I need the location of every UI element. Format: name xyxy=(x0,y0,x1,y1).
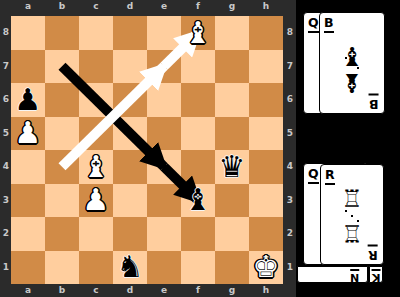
file-label-c: c xyxy=(79,1,113,11)
black-pawn-a6[interactable]: ♟ xyxy=(11,83,45,117)
card-dots xyxy=(344,57,360,69)
rank-label-8: 8 xyxy=(1,16,11,50)
file-label-g: g xyxy=(215,285,249,295)
board-panel: ♝♟♟♝♛♟♝♞♚ aabbccddeeffgghh88776655443322… xyxy=(0,0,296,297)
card-queen-top-label: Q xyxy=(308,17,319,33)
rank-label-1: 1 xyxy=(1,251,11,285)
rank-label-5: 5 xyxy=(285,117,295,151)
white-pawn-a5[interactable]: ♟ xyxy=(11,117,45,151)
rook-pip-top: ♖ xyxy=(321,187,383,211)
file-label-e: e xyxy=(147,1,181,11)
black-knight-d1[interactable]: ♞ xyxy=(113,251,147,285)
card-rook-label: R xyxy=(325,169,335,185)
rank-label-8: 8 xyxy=(285,16,295,50)
file-label-h: h xyxy=(249,285,283,295)
file-label-e: e xyxy=(147,285,181,295)
white-king-h1[interactable]: ♚ xyxy=(249,251,283,285)
card-king-edge[interactable]: K xyxy=(369,266,383,283)
rank-label-4: 4 xyxy=(285,150,295,184)
card-rook[interactable]: R ♖ ♖ R xyxy=(320,164,384,265)
file-label-d: d xyxy=(113,1,147,11)
card-dots xyxy=(344,210,360,222)
piece-layer: ♝♟♟♝♛♟♝♞♚ xyxy=(11,16,283,284)
card-rook-label-rotated: R xyxy=(368,245,378,261)
black-queen-g4[interactable]: ♛ xyxy=(215,150,249,184)
rank-label-4: 4 xyxy=(1,150,11,184)
rook-pip-bottom: ♖ xyxy=(321,221,383,245)
file-label-f: f xyxy=(181,1,215,11)
card-knight-edge[interactable]: N xyxy=(297,266,368,283)
rank-label-6: 6 xyxy=(285,83,295,117)
file-label-c: c xyxy=(79,285,113,295)
rank-label-3: 3 xyxy=(1,184,11,218)
file-label-d: d xyxy=(113,285,147,295)
chess-lesson-screen: ♝♟♟♝♛♟♝♞♚ aabbccddeeffgghh88776655443322… xyxy=(0,0,400,297)
file-label-g: g xyxy=(215,1,249,11)
card-queen-bottom-label: Q xyxy=(308,168,319,184)
white-bishop-c4[interactable]: ♝ xyxy=(79,150,113,184)
rank-label-2: 2 xyxy=(1,217,11,251)
file-label-a: a xyxy=(11,1,45,11)
white-pawn-c3[interactable]: ♟ xyxy=(79,184,113,218)
file-label-b: b xyxy=(45,1,79,11)
rank-label-7: 7 xyxy=(1,50,11,84)
file-label-a: a xyxy=(11,285,45,295)
file-label-h: h xyxy=(249,1,283,11)
rank-label-3: 3 xyxy=(285,184,295,218)
card-knight-label: N xyxy=(350,269,359,283)
card-bishop[interactable]: B ♝ ♝ B xyxy=(319,12,385,114)
rank-label-5: 5 xyxy=(1,117,11,151)
rank-label-2: 2 xyxy=(285,217,295,251)
card-bishop-label: B xyxy=(324,17,334,33)
file-label-f: f xyxy=(181,285,215,295)
bishop-pip-bottom: ♝ xyxy=(320,70,384,96)
file-label-b: b xyxy=(45,285,79,295)
black-bishop-f3[interactable]: ♝ xyxy=(181,184,215,218)
card-bishop-label-rotated: B xyxy=(369,94,379,110)
rank-label-6: 6 xyxy=(1,83,11,117)
rank-label-1: 1 xyxy=(285,251,295,285)
rank-label-7: 7 xyxy=(285,50,295,84)
card-king-label: K xyxy=(372,269,381,283)
white-bishop-f8[interactable]: ♝ xyxy=(181,16,215,50)
